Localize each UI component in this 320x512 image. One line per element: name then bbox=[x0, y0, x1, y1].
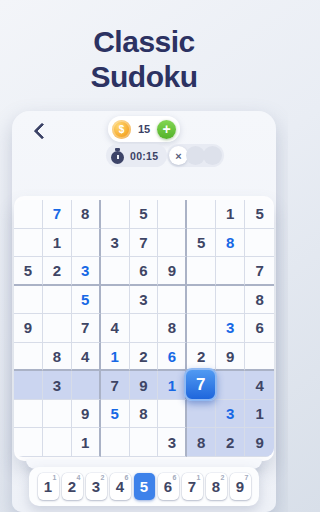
cell-r1c3[interactable]: 8 bbox=[72, 200, 101, 229]
cell-r8c9[interactable]: 1 bbox=[245, 400, 274, 429]
cell-r6c8[interactable]: 9 bbox=[216, 343, 245, 372]
numpad-count-badge: 2 bbox=[101, 474, 105, 481]
coin-icon: $ bbox=[112, 120, 131, 139]
cell-r9c8[interactable]: 2 bbox=[216, 428, 245, 457]
numpad-digit: 7 bbox=[188, 478, 196, 495]
cell-r2c2[interactable]: 1 bbox=[43, 229, 72, 258]
cell-r4c9[interactable]: 8 bbox=[245, 286, 274, 315]
cell-r5c3[interactable]: 7 bbox=[72, 314, 101, 343]
cell-r2c6[interactable] bbox=[158, 229, 187, 258]
cell-r4c8[interactable] bbox=[216, 286, 245, 315]
selected-cell-tile: 7 bbox=[184, 368, 217, 401]
numpad-key-2[interactable]: 24 bbox=[62, 473, 83, 500]
cell-r8c7[interactable] bbox=[187, 400, 216, 429]
cell-r1c9[interactable]: 5 bbox=[245, 200, 274, 229]
cell-r1c7[interactable] bbox=[187, 200, 216, 229]
cell-r8c2[interactable] bbox=[43, 400, 72, 429]
cell-r3c9[interactable]: 7 bbox=[245, 257, 274, 286]
cell-r6c5[interactable]: 2 bbox=[130, 343, 159, 372]
cell-r1c2[interactable]: 7 bbox=[43, 200, 72, 229]
cell-r3c7[interactable] bbox=[187, 257, 216, 286]
cell-r4c2[interactable] bbox=[43, 286, 72, 315]
cell-r2c1[interactable] bbox=[14, 229, 43, 258]
numpad-key-8[interactable]: 82 bbox=[206, 473, 227, 500]
cell-r7c6[interactable]: 1 bbox=[158, 371, 187, 400]
cell-r9c9[interactable]: 9 bbox=[245, 428, 274, 457]
numpad-digit: 6 bbox=[164, 478, 172, 495]
cell-r6c1[interactable] bbox=[14, 343, 43, 372]
cell-r9c6[interactable]: 3 bbox=[158, 428, 187, 457]
cell-r5c2[interactable] bbox=[43, 314, 72, 343]
numpad-digit: 8 bbox=[212, 478, 220, 495]
cell-r8c6[interactable] bbox=[158, 400, 187, 429]
cell-r2c3[interactable] bbox=[72, 229, 101, 258]
title-line-2: Sudoku bbox=[0, 59, 288, 94]
cell-r7c8[interactable] bbox=[216, 371, 245, 400]
cell-r6c6[interactable]: 6 bbox=[158, 343, 187, 372]
numpad-count-badge: 1 bbox=[197, 474, 201, 481]
cell-r5c6[interactable]: 8 bbox=[158, 314, 187, 343]
cell-r1c4[interactable] bbox=[101, 200, 130, 229]
cell-r5c5[interactable] bbox=[130, 314, 159, 343]
cell-r3c6[interactable]: 9 bbox=[158, 257, 187, 286]
cell-r9c2[interactable] bbox=[43, 428, 72, 457]
cell-r9c1[interactable] bbox=[14, 428, 43, 457]
timer-value: 00:15 bbox=[130, 150, 158, 162]
cell-r7c1[interactable] bbox=[14, 371, 43, 400]
cell-r7c9[interactable]: 4 bbox=[245, 371, 274, 400]
mistake-slot-empty bbox=[203, 146, 222, 165]
cell-r2c4[interactable]: 3 bbox=[101, 229, 130, 258]
numpad-digit: 9 bbox=[236, 478, 244, 495]
cell-r7c7[interactable]: 7 bbox=[187, 371, 216, 400]
lives-pill[interactable]: × bbox=[167, 144, 224, 167]
numpad-count-badge: 7 bbox=[245, 474, 249, 481]
cell-r5c1[interactable]: 9 bbox=[14, 314, 43, 343]
numpad-count-badge: 6 bbox=[125, 474, 129, 481]
cell-r6c4[interactable]: 1 bbox=[101, 343, 130, 372]
cell-r9c3[interactable]: 1 bbox=[72, 428, 101, 457]
numpad-count-badge: 6 bbox=[173, 474, 177, 481]
numpad-key-7[interactable]: 71 bbox=[182, 473, 203, 500]
cell-r7c4[interactable]: 7 bbox=[101, 371, 130, 400]
cell-r2c5[interactable]: 7 bbox=[130, 229, 159, 258]
cell-r4c3[interactable]: 5 bbox=[72, 286, 101, 315]
cell-r3c2[interactable]: 2 bbox=[43, 257, 72, 286]
cell-r7c3[interactable] bbox=[72, 371, 101, 400]
cell-r4c6[interactable] bbox=[158, 286, 187, 315]
coins-pill: $ 15 + bbox=[108, 116, 180, 142]
cell-r6c7[interactable]: 2 bbox=[187, 343, 216, 372]
cell-r2c9[interactable] bbox=[245, 229, 274, 258]
cell-r8c5[interactable]: 8 bbox=[130, 400, 159, 429]
cell-r6c2[interactable]: 8 bbox=[43, 343, 72, 372]
cell-r3c1[interactable]: 5 bbox=[14, 257, 43, 286]
cell-r7c2[interactable]: 3 bbox=[43, 371, 72, 400]
cell-r5c9[interactable]: 6 bbox=[245, 314, 274, 343]
cell-r7c5[interactable]: 9 bbox=[130, 371, 159, 400]
numpad-key-6[interactable]: 66 bbox=[158, 473, 179, 500]
numpad-key-3[interactable]: 32 bbox=[86, 473, 107, 500]
cell-r8c3[interactable]: 9 bbox=[72, 400, 101, 429]
cell-r9c4[interactable] bbox=[101, 428, 130, 457]
cell-r3c8[interactable] bbox=[216, 257, 245, 286]
cell-r1c5[interactable]: 5 bbox=[130, 200, 159, 229]
numpad: 11243246566718297 bbox=[29, 467, 259, 506]
numpad-count-badge: 4 bbox=[77, 474, 81, 481]
numpad-key-4[interactable]: 46 bbox=[110, 473, 131, 500]
chevron-left-icon bbox=[34, 123, 51, 140]
cell-r6c9[interactable] bbox=[245, 343, 274, 372]
numpad-digit: 3 bbox=[92, 478, 100, 495]
cell-r5c4[interactable]: 4 bbox=[101, 314, 130, 343]
stopwatch-icon bbox=[110, 147, 125, 164]
cell-r1c8[interactable]: 1 bbox=[216, 200, 245, 229]
numpad-key-1[interactable]: 11 bbox=[38, 473, 59, 500]
cell-r8c1[interactable] bbox=[14, 400, 43, 429]
numpad-digit: 2 bbox=[68, 478, 76, 495]
cell-r4c1[interactable] bbox=[14, 286, 43, 315]
cell-r6c3[interactable]: 4 bbox=[72, 343, 101, 372]
add-coins-button[interactable]: + bbox=[157, 120, 176, 139]
cell-r1c6[interactable] bbox=[158, 200, 187, 229]
cell-r5c7[interactable] bbox=[187, 314, 216, 343]
cell-r3c4[interactable] bbox=[101, 257, 130, 286]
cell-r3c3[interactable]: 3 bbox=[72, 257, 101, 286]
sudoku-board: 7851513758523697538974836841262937917495… bbox=[14, 200, 274, 457]
cell-r4c7[interactable] bbox=[187, 286, 216, 315]
numpad-digit: 5 bbox=[140, 478, 148, 495]
cell-r8c4[interactable]: 5 bbox=[101, 400, 130, 429]
cell-r5c8[interactable]: 3 bbox=[216, 314, 245, 343]
numpad-count-badge: 2 bbox=[221, 474, 225, 481]
numpad-digit: 1 bbox=[44, 478, 52, 495]
cell-r4c4[interactable] bbox=[101, 286, 130, 315]
cell-r9c7[interactable]: 8 bbox=[187, 428, 216, 457]
cell-r4c5[interactable]: 3 bbox=[130, 286, 159, 315]
back-button[interactable] bbox=[30, 118, 52, 142]
cell-r1c1[interactable] bbox=[14, 200, 43, 229]
timer-pill: 00:15 bbox=[106, 144, 167, 167]
cell-r2c7[interactable]: 5 bbox=[187, 229, 216, 258]
numpad-key-9[interactable]: 97 bbox=[230, 473, 251, 500]
cell-r9c5[interactable] bbox=[130, 428, 159, 457]
numpad-key-5[interactable]: 5 bbox=[134, 473, 155, 500]
numpad-digit: 4 bbox=[116, 478, 124, 495]
page-title: Classic Sudoku bbox=[0, 24, 288, 94]
numpad-count-badge: 1 bbox=[53, 474, 57, 481]
cell-r8c8[interactable]: 3 bbox=[216, 400, 245, 429]
cell-r3c5[interactable]: 6 bbox=[130, 257, 159, 286]
coins-count: 15 bbox=[137, 123, 151, 135]
cell-r2c8[interactable]: 8 bbox=[216, 229, 245, 258]
title-line-1: Classic bbox=[0, 24, 288, 59]
